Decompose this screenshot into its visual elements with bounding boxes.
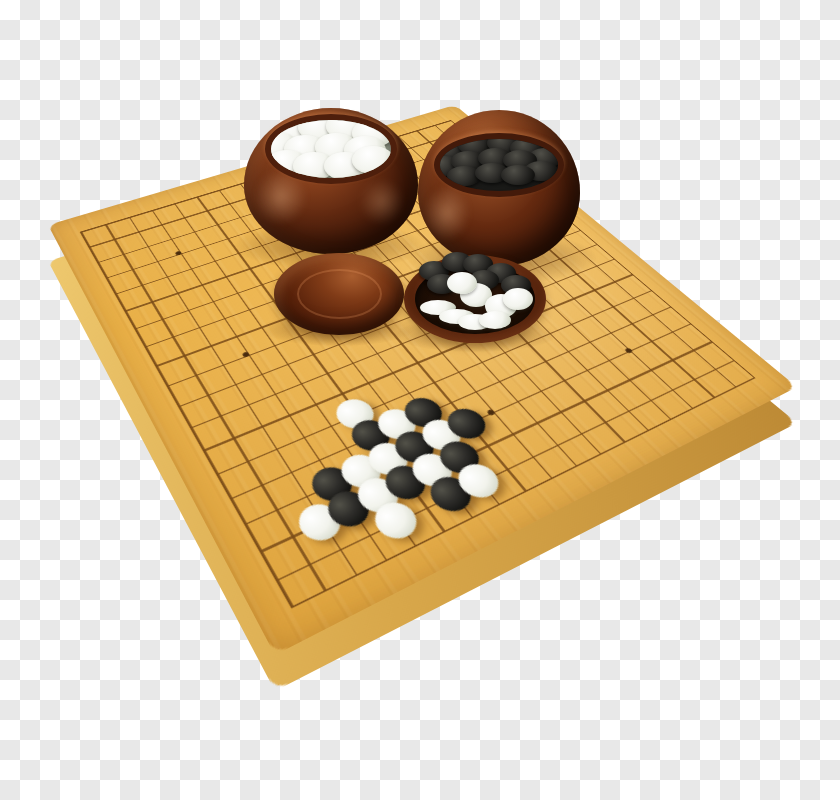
tray-stone-white [503, 288, 533, 310]
transparent-checker-background: { "scene": "Product photo of a go (baduk… [0, 0, 840, 800]
bowl-lid-ring [297, 269, 382, 319]
bowl-lid [274, 253, 404, 335]
white-bowl-stones [271, 120, 391, 178]
black-bowl-highlight [424, 185, 469, 241]
white-bowl-opening [265, 114, 397, 184]
tray-stone-white [479, 311, 511, 329]
black-bowl-stones [440, 139, 558, 191]
black-bowl-stone [501, 165, 535, 185]
tray-stones [404, 255, 546, 343]
white-bowl-highlight-right [359, 178, 404, 225]
lid-tray [404, 255, 546, 343]
black-stone-bowl [418, 110, 580, 266]
black-bowl-opening [434, 133, 564, 197]
white-stone-bowl [244, 108, 418, 254]
